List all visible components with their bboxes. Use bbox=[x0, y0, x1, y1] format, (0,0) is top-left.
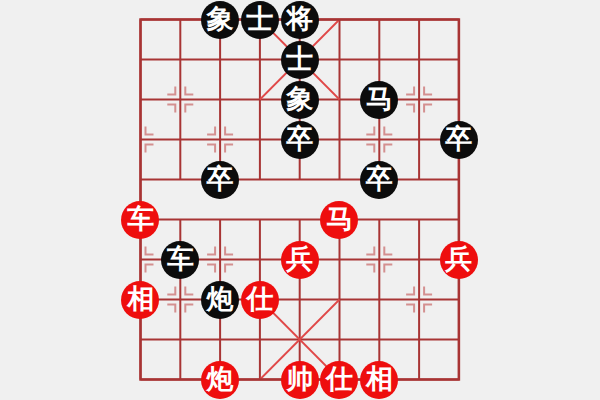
piece-black-soldier[interactable]: 卒 bbox=[201, 161, 239, 199]
piece-red-general[interactable]: 帅 bbox=[281, 361, 319, 399]
piece-black-elephant[interactable]: 象 bbox=[201, 1, 239, 39]
piece-black-advisor[interactable]: 士 bbox=[241, 1, 279, 39]
xiangqi-board: 象士将士象马卒卒卒卒车马车兵兵相炮仕炮帅仕相 bbox=[121, 0, 479, 400]
piece-black-horse[interactable]: 马 bbox=[360, 81, 398, 119]
piece-red-soldier[interactable]: 兵 bbox=[440, 241, 478, 279]
piece-black-advisor[interactable]: 士 bbox=[281, 41, 319, 79]
piece-red-cannon[interactable]: 炮 bbox=[201, 361, 239, 399]
piece-red-chariot[interactable]: 车 bbox=[121, 201, 159, 239]
piece-black-cannon[interactable]: 炮 bbox=[201, 281, 239, 319]
xiangqi-screenshot: 象士将士象马卒卒卒卒车马车兵兵相炮仕炮帅仕相 bbox=[0, 0, 600, 400]
piece-red-elephant[interactable]: 相 bbox=[121, 281, 159, 319]
piece-black-general[interactable]: 将 bbox=[281, 1, 319, 39]
piece-black-soldier[interactable]: 卒 bbox=[281, 121, 319, 159]
piece-black-soldier[interactable]: 卒 bbox=[360, 161, 398, 199]
piece-red-soldier[interactable]: 兵 bbox=[281, 241, 319, 279]
piece-red-advisor[interactable]: 仕 bbox=[241, 281, 279, 319]
piece-red-advisor[interactable]: 仕 bbox=[320, 361, 358, 399]
piece-black-chariot[interactable]: 车 bbox=[161, 241, 199, 279]
piece-black-elephant[interactable]: 象 bbox=[281, 81, 319, 119]
piece-red-horse[interactable]: 马 bbox=[320, 201, 358, 239]
piece-red-elephant[interactable]: 相 bbox=[360, 361, 398, 399]
piece-black-soldier[interactable]: 卒 bbox=[440, 121, 478, 159]
